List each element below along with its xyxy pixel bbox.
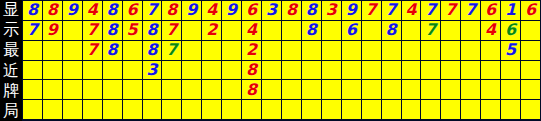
- grid-cell-empty: [182, 41, 201, 60]
- grid-cell-empty: [43, 41, 62, 60]
- grid-cell-empty: [521, 21, 540, 40]
- grid-cell-value: 6: [521, 1, 540, 20]
- grid-cell-empty: [501, 100, 520, 119]
- grid-cell-empty: [402, 61, 421, 80]
- grid-cell-empty: [83, 100, 102, 119]
- grid-cell-empty: [103, 61, 122, 80]
- grid-cell-empty: [202, 80, 221, 99]
- grid-cell-empty: [421, 61, 440, 80]
- grid-cell-empty: [362, 61, 381, 80]
- grid-cell-empty: [222, 21, 241, 40]
- grid-cell-value: 6: [242, 1, 261, 20]
- board-title: 显 示 最 近 牌 局: [0, 0, 22, 121]
- grid-cell-value: 2: [202, 21, 221, 40]
- grid-cell-value: 3: [262, 1, 281, 20]
- grid-cell-empty: [481, 100, 500, 119]
- grid-cell-empty: [202, 100, 221, 119]
- grid-cell-value: 9: [43, 21, 62, 40]
- grid-cell-empty: [83, 61, 102, 80]
- grid-cell-empty: [262, 61, 281, 80]
- grid-cell-value: 7: [441, 1, 460, 20]
- grid-cell-empty: [123, 41, 142, 60]
- grid-cell-empty: [242, 100, 261, 119]
- grid-cell-value: 8: [103, 21, 122, 40]
- grid-cell-empty: [302, 100, 321, 119]
- grid-cell-value: 4: [402, 1, 421, 20]
- grid-cell-empty: [23, 100, 42, 119]
- grid-cell-value: 1: [501, 1, 520, 20]
- grid-cell-empty: [521, 61, 540, 80]
- grid-cell-empty: [461, 61, 480, 80]
- grid-cell-value: 8: [103, 1, 122, 20]
- grid-cell-empty: [162, 80, 181, 99]
- grid-cell-value: 8: [43, 1, 62, 20]
- grid-cell-value: 8: [143, 21, 162, 40]
- grid-cell-empty: [123, 61, 142, 80]
- grid-cell-empty: [362, 100, 381, 119]
- grid-cell-value: 7: [83, 21, 102, 40]
- grid-cell-empty: [103, 100, 122, 119]
- grid-cell-empty: [63, 80, 82, 99]
- grid-cell-empty: [282, 41, 301, 60]
- grid-cell-empty: [43, 61, 62, 80]
- grid-cell-value: 8: [143, 41, 162, 60]
- grid-cell-value: 9: [182, 1, 201, 20]
- grid-cell-empty: [501, 61, 520, 80]
- grid-cell-empty: [222, 61, 241, 80]
- results-grid: 8894867894963883977477761679785872486874…: [22, 0, 541, 121]
- grid-cell-empty: [63, 21, 82, 40]
- grid-cell-empty: [481, 80, 500, 99]
- grid-cell-empty: [521, 100, 540, 119]
- grid-cell-empty: [441, 80, 460, 99]
- grid-cell-empty: [262, 21, 281, 40]
- grid-cell-empty: [501, 80, 520, 99]
- grid-cell-empty: [521, 80, 540, 99]
- grid-cell-empty: [282, 21, 301, 40]
- grid-cell-empty: [202, 61, 221, 80]
- grid-cell-empty: [441, 100, 460, 119]
- grid-cell-empty: [103, 80, 122, 99]
- grid-cell-empty: [481, 41, 500, 60]
- grid-cell-empty: [441, 61, 460, 80]
- grid-cell-value: 8: [302, 21, 321, 40]
- grid-cell-empty: [222, 41, 241, 60]
- grid-cell-value: 8: [382, 21, 401, 40]
- grid-cell-empty: [461, 100, 480, 119]
- title-char: 显: [0, 0, 22, 20]
- grid-cell-empty: [302, 41, 321, 60]
- grid-cell-empty: [342, 41, 361, 60]
- grid-cell-value: 7: [162, 21, 181, 40]
- grid-cell-value: 9: [63, 1, 82, 20]
- grid-cell-empty: [382, 100, 401, 119]
- grid-cell-empty: [342, 80, 361, 99]
- grid-cell-value: 3: [322, 1, 341, 20]
- grid-cell-empty: [382, 61, 401, 80]
- grid-cell-empty: [461, 21, 480, 40]
- grid-cell-value: 7: [23, 21, 42, 40]
- grid-cell-empty: [143, 100, 162, 119]
- grid-cell-value: 6: [123, 1, 142, 20]
- grid-cell-value: 8: [162, 1, 181, 20]
- grid-cell-empty: [402, 100, 421, 119]
- grid-cell-empty: [63, 61, 82, 80]
- grid-cell-empty: [322, 61, 341, 80]
- grid-cell-empty: [182, 80, 201, 99]
- grid-cell-empty: [262, 41, 281, 60]
- grid-cell-empty: [481, 61, 500, 80]
- grid-cell-value: 9: [342, 1, 361, 20]
- grid-cell-empty: [202, 41, 221, 60]
- grid-cell-empty: [23, 41, 42, 60]
- title-char: 近: [0, 61, 22, 81]
- grid-cell-empty: [282, 80, 301, 99]
- grid-cell-empty: [222, 80, 241, 99]
- grid-cell-value: 4: [83, 1, 102, 20]
- grid-cell-empty: [302, 80, 321, 99]
- grid-cell-value: 2: [242, 41, 261, 60]
- grid-cell-empty: [63, 100, 82, 119]
- grid-cell-value: 8: [242, 61, 261, 80]
- grid-cell-value: 6: [342, 21, 361, 40]
- grid-cell-empty: [143, 80, 162, 99]
- grid-cell-empty: [23, 80, 42, 99]
- grid-cell-value: 6: [501, 21, 520, 40]
- grid-cell-empty: [83, 80, 102, 99]
- grid-cell-empty: [402, 41, 421, 60]
- grid-cell-empty: [521, 41, 540, 60]
- grid-cell-value: 8: [282, 1, 301, 20]
- grid-cell-value: 7: [421, 21, 440, 40]
- title-char: 局: [0, 101, 22, 121]
- grid-cell-value: 6: [481, 1, 500, 20]
- grid-cell-empty: [182, 21, 201, 40]
- grid-cell-empty: [182, 61, 201, 80]
- grid-cell-empty: [262, 100, 281, 119]
- grid-cell-empty: [362, 41, 381, 60]
- grid-cell-value: 8: [242, 80, 261, 99]
- grid-cell-value: 8: [103, 41, 122, 60]
- title-char: 示: [0, 20, 22, 40]
- grid-cell-empty: [322, 80, 341, 99]
- grid-cell-empty: [402, 80, 421, 99]
- grid-cell-value: 8: [302, 1, 321, 20]
- grid-cell-value: 9: [222, 1, 241, 20]
- grid-cell-empty: [162, 61, 181, 80]
- grid-cell-empty: [461, 80, 480, 99]
- grid-cell-value: 7: [143, 1, 162, 20]
- grid-cell-value: 7: [162, 41, 181, 60]
- grid-cell-value: 4: [202, 1, 221, 20]
- grid-cell-empty: [123, 80, 142, 99]
- grid-cell-empty: [421, 41, 440, 60]
- title-char: 最: [0, 40, 22, 60]
- grid-cell-empty: [282, 61, 301, 80]
- grid-cell-value: 7: [461, 1, 480, 20]
- grid-cell-empty: [322, 100, 341, 119]
- grid-cell-empty: [43, 100, 62, 119]
- grid-cell-empty: [63, 41, 82, 60]
- grid-cell-empty: [322, 21, 341, 40]
- recent-games-board: 显 示 最 近 牌 局 8894867894963883977477761679…: [0, 0, 541, 121]
- grid-cell-empty: [362, 21, 381, 40]
- grid-cell-empty: [441, 21, 460, 40]
- grid-cell-empty: [282, 100, 301, 119]
- grid-cell-empty: [421, 100, 440, 119]
- grid-cell-value: 8: [23, 1, 42, 20]
- grid-cell-value: 3: [143, 61, 162, 80]
- grid-cell-value: 7: [421, 1, 440, 20]
- grid-cell-empty: [342, 61, 361, 80]
- grid-cell-empty: [421, 80, 440, 99]
- grid-cell-empty: [382, 80, 401, 99]
- grid-cell-empty: [162, 100, 181, 119]
- grid-cell-empty: [123, 100, 142, 119]
- grid-cell-empty: [43, 80, 62, 99]
- grid-cell-value: 7: [362, 1, 381, 20]
- grid-cell-empty: [461, 41, 480, 60]
- grid-cell-value: 5: [501, 41, 520, 60]
- grid-cell-empty: [342, 100, 361, 119]
- grid-cell-value: 7: [83, 41, 102, 60]
- grid-cell-empty: [222, 100, 241, 119]
- grid-cell-value: 5: [123, 21, 142, 40]
- grid-cell-empty: [322, 41, 341, 60]
- grid-cell-value: 4: [242, 21, 261, 40]
- grid-cell-empty: [262, 80, 281, 99]
- grid-cell-empty: [182, 100, 201, 119]
- grid-cell-empty: [382, 41, 401, 60]
- grid-cell-value: 4: [481, 21, 500, 40]
- grid-cell-empty: [23, 61, 42, 80]
- grid-cell-empty: [441, 41, 460, 60]
- grid-cell-empty: [402, 21, 421, 40]
- title-char: 牌: [0, 81, 22, 101]
- grid-cell-value: 7: [382, 1, 401, 20]
- grid-cell-empty: [362, 80, 381, 99]
- grid-cell-empty: [302, 61, 321, 80]
